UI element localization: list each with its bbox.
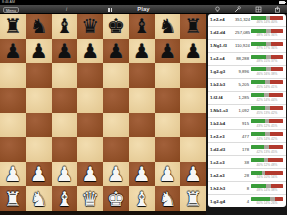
- book-game-count: 257,085: [235, 30, 249, 35]
- book-stat-bar: 40% 12% 48%: [251, 158, 283, 167]
- book-move-row[interactable]: 1.Ng1-f3110,92447% 17% 36%: [208, 40, 286, 53]
- book-move: 1.h2-h3: [210, 186, 235, 191]
- square-f1[interactable]: ♝: [129, 186, 155, 211]
- white-win-segment: [251, 16, 266, 20]
- white-win-segment: [251, 29, 266, 33]
- square-b2[interactable]: ♟: [26, 162, 52, 187]
- book-move-row[interactable]: 1.g2-g4460% 14% 26%: [208, 195, 286, 207]
- book-percentages: 48% 14% 38%: [251, 188, 283, 192]
- square-b6[interactable]: [26, 63, 52, 88]
- board-bottom-edge: [0, 211, 206, 215]
- book-percentages: 46% 14% 40%: [251, 20, 283, 24]
- book-move-row[interactable]: 1.c2-c33840% 12% 48%: [208, 156, 286, 169]
- square-g6[interactable]: [155, 63, 181, 88]
- book-stat-bar: 44% 14% 42%: [251, 132, 283, 141]
- square-h4[interactable]: [180, 113, 206, 138]
- book-percentages: 42% 14% 44%: [251, 98, 283, 102]
- white-win-segment: [251, 197, 270, 201]
- black-win-segment: [269, 119, 283, 123]
- white-win-segment: [251, 106, 265, 110]
- piece-white-bishop: ♝: [133, 189, 151, 209]
- book-move: 1.b2-b3: [210, 82, 235, 87]
- piece-white-pawn: ♟: [184, 164, 202, 184]
- book-move-row[interactable]: 1.Nb1-c31,09245% 13% 42%: [208, 105, 286, 118]
- white-win-segment: [251, 158, 264, 162]
- book-move-row[interactable]: 1.c2-c488,28848% 15% 37%: [208, 53, 286, 66]
- square-e7[interactable]: ♟: [103, 39, 129, 64]
- board-icon[interactable]: [255, 6, 262, 13]
- book-game-count: 1,092: [235, 108, 249, 113]
- square-d8[interactable]: ♛: [77, 14, 103, 39]
- book-move: 1.b2-b4: [210, 121, 235, 126]
- book-game-count: 4: [235, 199, 249, 204]
- piece-white-pawn: ♟: [81, 164, 99, 184]
- square-g8[interactable]: ♞: [155, 14, 181, 39]
- book-percentages: 45% 13% 42%: [251, 111, 283, 115]
- square-g4[interactable]: [155, 113, 181, 138]
- white-win-segment: [251, 171, 262, 175]
- piece-white-bishop: ♝: [55, 189, 73, 209]
- black-win-segment: [269, 93, 283, 97]
- battery-icon: [279, 1, 285, 4]
- piece-black-pawn: ♟: [184, 41, 202, 61]
- square-a1[interactable]: ♜: [0, 186, 26, 211]
- square-h3[interactable]: [180, 137, 206, 162]
- book-stat-bar: 47% 17% 36%: [251, 42, 283, 51]
- square-h6[interactable]: [180, 63, 206, 88]
- book-percentages: 34% 10% 56%: [251, 175, 283, 179]
- piece-black-rook: ♜: [4, 16, 22, 36]
- square-a4[interactable]: [0, 113, 26, 138]
- square-d2[interactable]: ♟: [77, 162, 103, 187]
- square-b1[interactable]: ♞: [26, 186, 52, 211]
- square-g1[interactable]: ♞: [155, 186, 181, 211]
- piece-black-bishop: ♝: [55, 16, 73, 36]
- book-game-count: 88,288: [235, 56, 249, 61]
- square-h8[interactable]: ♜: [180, 14, 206, 39]
- piece-black-pawn: ♟: [107, 41, 125, 61]
- piece-black-queen: ♛: [81, 16, 99, 36]
- white-win-segment: [251, 42, 266, 46]
- book-move: 1.a2-a3: [210, 173, 235, 178]
- book-stat-bar: 45% 14% 41%: [251, 80, 283, 89]
- square-b8[interactable]: ♞: [26, 14, 52, 39]
- black-win-segment: [275, 197, 283, 201]
- piece-black-knight: ♞: [30, 16, 48, 36]
- book-move: 1.g2-g3: [210, 69, 235, 74]
- book-move-row[interactable]: 1.f2-f41,28542% 14% 44%: [208, 92, 286, 105]
- chess-board: ♜♞♝♛♚♝♞♜♟♟♟♟♟♟♟♟♟♟♟♟♟♟♟♟♜♞♝♛♚♝♞♜: [0, 14, 206, 211]
- book-move-row[interactable]: 1.g2-g39,89646% 16% 38%: [208, 66, 286, 79]
- square-a5[interactable]: [0, 88, 26, 113]
- book-game-count: 477: [235, 134, 249, 139]
- book-move: 1.c2-c4: [210, 56, 235, 61]
- square-e4[interactable]: [103, 113, 129, 138]
- black-win-segment: [271, 67, 283, 71]
- wrench-icon[interactable]: [234, 6, 241, 13]
- square-f6[interactable]: [129, 63, 155, 88]
- square-g5[interactable]: [155, 88, 181, 113]
- book-percentages: 46% 16% 38%: [251, 72, 283, 76]
- book-move: 1.d2-d4: [210, 30, 235, 35]
- square-e1[interactable]: ♚: [103, 186, 129, 211]
- piece-black-bishop: ♝: [133, 16, 151, 36]
- book-percentages: 48% 15% 37%: [251, 59, 283, 63]
- white-win-segment: [251, 132, 265, 136]
- square-f7[interactable]: ♟: [129, 39, 155, 64]
- book-percentages: 48% 16% 36%: [251, 33, 283, 37]
- book-game-count: 28: [235, 173, 249, 178]
- black-win-segment: [269, 145, 283, 149]
- square-e2[interactable]: ♟: [103, 162, 129, 187]
- square-b5[interactable]: [26, 88, 52, 113]
- book-stat-bar: 48% 16% 36%: [251, 29, 283, 38]
- square-e8[interactable]: ♚: [103, 14, 129, 39]
- white-win-segment: [251, 67, 266, 71]
- square-d7[interactable]: ♟: [77, 39, 103, 64]
- book-stat-bar: 46% 14% 40%: [251, 16, 283, 25]
- white-win-segment: [251, 93, 264, 97]
- white-win-segment: [251, 80, 265, 84]
- square-f2[interactable]: ♟: [129, 162, 155, 187]
- book-stat-bar: 48% 14% 38%: [251, 184, 283, 193]
- piece-black-pawn: ♟: [158, 41, 176, 61]
- opening-book-panel: 1.e2-e4351,32446% 14% 40%1.d2-d4257,0854…: [208, 14, 286, 207]
- book-move-row[interactable]: 1.h2-h3848% 14% 38%: [208, 182, 286, 195]
- square-b3[interactable]: [26, 137, 52, 162]
- book-game-count: 351,324: [235, 17, 249, 22]
- piece-white-rook: ♜: [4, 189, 22, 209]
- share-icon[interactable]: [274, 6, 281, 13]
- book-percentages: 42% 13% 45%: [251, 150, 283, 154]
- piece-white-knight: ♞: [30, 189, 48, 209]
- book-percentages: 60% 14% 26%: [251, 201, 283, 205]
- piece-black-king: ♚: [107, 16, 125, 36]
- book-percentages: 40% 12% 48%: [251, 163, 283, 167]
- piece-black-pawn: ♟: [55, 41, 73, 61]
- black-win-segment: [270, 106, 283, 110]
- book-move-row[interactable]: 1.d2-d4257,08548% 16% 36%: [208, 27, 286, 40]
- book-move: 1.Ng1-f3: [210, 43, 235, 48]
- black-win-segment: [271, 184, 283, 188]
- book-move: 1.Nb1-c3: [210, 108, 235, 113]
- book-stat-bar: 60% 14% 26%: [251, 197, 283, 206]
- book-stat-bar: 34% 10% 56%: [251, 171, 283, 180]
- white-win-segment: [251, 145, 264, 149]
- square-a2[interactable]: ♟: [0, 162, 26, 187]
- square-c2[interactable]: ♟: [52, 162, 78, 187]
- square-b4[interactable]: [26, 113, 52, 138]
- book-move-row[interactable]: 1.e2-e4351,32446% 14% 40%: [208, 14, 286, 27]
- black-win-segment: [271, 42, 283, 46]
- black-win-segment: [265, 171, 283, 175]
- piece-white-king: ♚: [107, 189, 125, 209]
- book-move-row[interactable]: 1.b2-b491543% 12% 45%: [208, 118, 286, 131]
- piece-white-pawn: ♟: [4, 164, 22, 184]
- book-move: 1.c2-c3: [210, 160, 235, 165]
- book-percentages: 43% 12% 45%: [251, 124, 283, 128]
- square-f4[interactable]: [129, 113, 155, 138]
- book-game-count: 8: [235, 186, 249, 191]
- book-game-count: 178: [235, 147, 249, 152]
- piece-white-pawn: ♟: [158, 164, 176, 184]
- piece-white-rook: ♜: [184, 189, 202, 209]
- book-move-row[interactable]: 1.d2-d317842% 13% 45%: [208, 143, 286, 156]
- book-move-row[interactable]: 1.a2-a32834% 10% 56%: [208, 169, 286, 182]
- piece-white-pawn: ♟: [55, 164, 73, 184]
- square-e3[interactable]: [103, 137, 129, 162]
- square-c4[interactable]: [52, 113, 78, 138]
- piece-white-queen: ♛: [81, 189, 99, 209]
- white-win-segment: [251, 119, 265, 123]
- square-a6[interactable]: [0, 63, 26, 88]
- piece-black-knight: ♞: [158, 16, 176, 36]
- black-win-segment: [268, 158, 283, 162]
- book-game-count: 1,285: [235, 95, 249, 100]
- piece-white-pawn: ♟: [30, 164, 48, 184]
- square-c1[interactable]: ♝: [52, 186, 78, 211]
- book-move: 1.d2-d3: [210, 147, 235, 152]
- book-stat-bar: 48% 15% 37%: [251, 55, 283, 64]
- book-move: 1.e2-e4: [210, 17, 235, 22]
- square-f3[interactable]: [129, 137, 155, 162]
- square-c3[interactable]: [52, 137, 78, 162]
- hint-bulb-icon[interactable]: [214, 6, 221, 13]
- book-game-count: 915: [235, 121, 249, 126]
- square-d4[interactable]: [77, 113, 103, 138]
- black-win-segment: [270, 16, 283, 20]
- square-d1[interactable]: ♛: [77, 186, 103, 211]
- piece-black-pawn: ♟: [4, 41, 22, 61]
- book-percentages: 45% 14% 41%: [251, 85, 283, 89]
- book-percentages: 47% 17% 36%: [251, 46, 283, 50]
- square-g2[interactable]: ♟: [155, 162, 181, 187]
- square-a8[interactable]: ♜: [0, 14, 26, 39]
- black-win-segment: [271, 29, 283, 33]
- book-move: 1.f2-f4: [210, 95, 235, 100]
- piece-black-pawn: ♟: [81, 41, 99, 61]
- book-game-count: 9,896: [235, 69, 249, 74]
- piece-white-pawn: ♟: [107, 164, 125, 184]
- piece-white-pawn: ♟: [133, 164, 151, 184]
- black-win-segment: [270, 80, 283, 84]
- book-move: 1.g2-g4: [210, 199, 235, 204]
- square-c7[interactable]: ♟: [52, 39, 78, 64]
- square-d3[interactable]: [77, 137, 103, 162]
- black-win-segment: [271, 55, 283, 59]
- square-d5[interactable]: [77, 88, 103, 113]
- piece-white-knight: ♞: [158, 189, 176, 209]
- book-stat-bar: 45% 13% 42%: [251, 106, 283, 115]
- square-e6[interactable]: [103, 63, 129, 88]
- black-win-segment: [270, 132, 283, 136]
- square-h5[interactable]: [180, 88, 206, 113]
- square-a7[interactable]: ♟: [0, 39, 26, 64]
- page-title: Play: [0, 6, 287, 13]
- book-stat-bar: 42% 13% 45%: [251, 145, 283, 154]
- book-game-count: 38: [235, 160, 249, 165]
- square-d6[interactable]: [77, 63, 103, 88]
- book-move-row[interactable]: 1.b2-b35,20545% 14% 41%: [208, 79, 286, 92]
- square-e5[interactable]: [103, 88, 129, 113]
- book-stat-bar: 42% 14% 44%: [251, 93, 283, 102]
- book-move: 1.e2-e3: [210, 134, 235, 139]
- toolbar: Menu i Play: [0, 5, 287, 14]
- book-percentages: 44% 14% 42%: [251, 137, 283, 141]
- square-g7[interactable]: ♟: [155, 39, 181, 64]
- piece-black-pawn: ♟: [133, 41, 151, 61]
- book-move-row[interactable]: 1.e2-e347744% 14% 42%: [208, 130, 286, 143]
- square-a3[interactable]: [0, 137, 26, 162]
- book-stat-bar: 43% 12% 45%: [251, 119, 283, 128]
- app-screen: 8:46 AM Menu i Play ♜♞♝♛♚♝♞♜♟♟♟♟♟♟♟♟♟♟♟♟…: [0, 0, 287, 215]
- square-f5[interactable]: [129, 88, 155, 113]
- white-win-segment: [251, 184, 266, 188]
- square-h1[interactable]: ♜: [180, 186, 206, 211]
- square-h7[interactable]: ♟: [180, 39, 206, 64]
- book-game-count: 110,924: [235, 43, 249, 48]
- book-stat-bar: 46% 16% 38%: [251, 67, 283, 76]
- square-g3[interactable]: [155, 137, 181, 162]
- piece-black-pawn: ♟: [30, 41, 48, 61]
- piece-black-rook: ♜: [184, 16, 202, 36]
- square-c8[interactable]: ♝: [52, 14, 78, 39]
- white-win-segment: [251, 55, 266, 59]
- book-game-count: 5,205: [235, 82, 249, 87]
- square-c6[interactable]: [52, 63, 78, 88]
- square-c5[interactable]: [52, 88, 78, 113]
- square-h2[interactable]: ♟: [180, 162, 206, 187]
- square-b7[interactable]: ♟: [26, 39, 52, 64]
- square-f8[interactable]: ♝: [129, 14, 155, 39]
